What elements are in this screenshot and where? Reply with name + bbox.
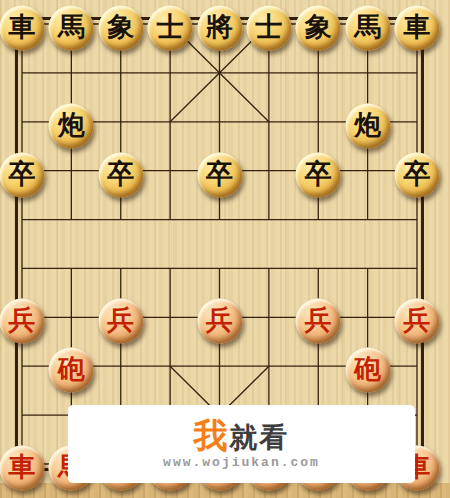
piece-glyph: 炮 <box>354 111 381 138</box>
piece-red-soldier[interactable]: 兵 <box>197 299 242 344</box>
piece-black-soldier[interactable]: 卒 <box>296 152 341 197</box>
piece-glyph: 車 <box>9 14 36 41</box>
piece-black-cannon[interactable]: 炮 <box>49 103 94 148</box>
piece-glyph: 馬 <box>354 14 381 41</box>
piece-glyph: 卒 <box>206 160 233 187</box>
watermark-brand: 我 就看 <box>194 418 290 452</box>
piece-red-cannon[interactable]: 砲 <box>345 348 390 393</box>
watermark-brand-first: 我 <box>194 418 228 452</box>
piece-black-horse[interactable]: 馬 <box>49 6 94 51</box>
piece-black-soldier[interactable]: 卒 <box>0 152 45 197</box>
piece-glyph: 卒 <box>9 160 36 187</box>
piece-black-elephant[interactable]: 象 <box>98 6 143 51</box>
xiangqi-board: 車馬象士將士象馬車炮炮卒卒卒卒卒兵兵兵兵兵砲砲車馬相仕帥仕相馬車 我 就看 ww… <box>0 0 450 498</box>
piece-glyph: 卒 <box>404 160 431 187</box>
piece-glyph: 兵 <box>9 307 36 334</box>
piece-glyph: 砲 <box>354 356 381 383</box>
piece-glyph: 卒 <box>305 160 332 187</box>
piece-glyph: 兵 <box>404 307 431 334</box>
piece-red-chariot[interactable]: 車 <box>0 446 45 491</box>
piece-glyph: 車 <box>9 454 36 481</box>
piece-glyph: 兵 <box>206 307 233 334</box>
piece-black-chariot[interactable]: 車 <box>0 6 45 51</box>
piece-glyph: 象 <box>305 14 332 41</box>
piece-black-cannon[interactable]: 炮 <box>345 103 390 148</box>
watermark-overlay: 我 就看 www.wojiukan.com <box>68 405 415 483</box>
piece-glyph: 兵 <box>107 307 134 334</box>
piece-black-general[interactable]: 將 <box>197 6 242 51</box>
piece-black-chariot[interactable]: 車 <box>395 6 440 51</box>
piece-glyph: 士 <box>255 14 282 41</box>
piece-glyph: 士 <box>157 14 184 41</box>
piece-red-soldier[interactable]: 兵 <box>0 299 45 344</box>
piece-glyph: 象 <box>107 14 134 41</box>
piece-red-cannon[interactable]: 砲 <box>49 348 94 393</box>
piece-glyph: 馬 <box>58 14 85 41</box>
watermark-url: www.wojiukan.com <box>163 455 320 470</box>
piece-glyph: 砲 <box>58 356 85 383</box>
piece-black-advisor[interactable]: 士 <box>148 6 193 51</box>
piece-glyph: 卒 <box>107 160 134 187</box>
piece-black-horse[interactable]: 馬 <box>345 6 390 51</box>
piece-glyph: 兵 <box>305 307 332 334</box>
piece-red-soldier[interactable]: 兵 <box>395 299 440 344</box>
piece-glyph: 將 <box>206 14 233 41</box>
piece-black-soldier[interactable]: 卒 <box>197 152 242 197</box>
piece-black-elephant[interactable]: 象 <box>296 6 341 51</box>
watermark-brand-rest: 就看 <box>230 424 290 452</box>
piece-glyph: 車 <box>404 14 431 41</box>
piece-black-advisor[interactable]: 士 <box>246 6 291 51</box>
piece-black-soldier[interactable]: 卒 <box>98 152 143 197</box>
piece-red-soldier[interactable]: 兵 <box>98 299 143 344</box>
piece-glyph: 炮 <box>58 111 85 138</box>
piece-red-soldier[interactable]: 兵 <box>296 299 341 344</box>
piece-black-soldier[interactable]: 卒 <box>395 152 440 197</box>
